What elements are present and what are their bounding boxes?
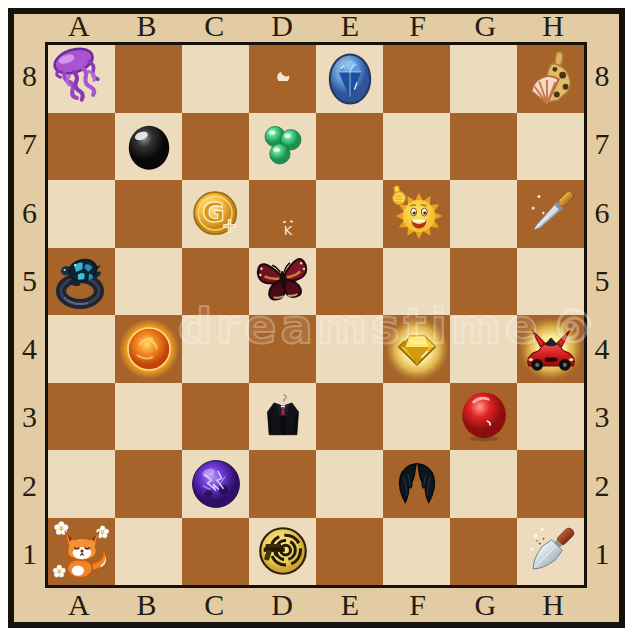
square-a1[interactable]	[48, 518, 115, 586]
board: G + K	[45, 42, 587, 588]
rank-label-right-4: 4	[587, 315, 617, 383]
file-label-bottom-h: H	[519, 587, 587, 620]
rank-label-right-5: 5	[587, 247, 617, 315]
square-a3[interactable]	[48, 383, 115, 451]
piece-wings[interactable]	[390, 455, 444, 513]
square-a5[interactable]	[48, 248, 115, 316]
rank-labels-right: 87654321	[587, 42, 617, 588]
square-g5[interactable]	[450, 248, 517, 316]
square-f1[interactable]	[383, 518, 450, 586]
rank-label-left-7: 7	[14, 110, 45, 178]
piece-trowel[interactable]	[521, 521, 581, 581]
piece-crescent[interactable]	[277, 65, 293, 81]
square-d6[interactable]: K	[249, 180, 316, 248]
square-g3[interactable]	[450, 383, 517, 451]
blue-diamond-icon	[322, 48, 378, 110]
rank-labels-left: 87654321	[14, 42, 45, 588]
square-e4[interactable]	[316, 315, 383, 383]
square-b4[interactable]	[115, 315, 182, 383]
file-label-bottom-d: D	[248, 587, 316, 620]
black-wings-icon	[390, 455, 444, 513]
black-pearl-icon	[122, 118, 176, 174]
piece-coin_g[interactable]: G +	[189, 187, 243, 241]
piece-sun[interactable]	[386, 183, 448, 245]
square-c2[interactable]	[182, 450, 249, 518]
square-f5[interactable]	[383, 248, 450, 316]
seashell-icon	[520, 47, 582, 111]
square-f7[interactable]	[383, 113, 450, 181]
purple-orb-icon	[186, 454, 246, 514]
target-gun-coin-icon	[255, 523, 311, 579]
square-h3[interactable]	[517, 383, 584, 451]
square-f3[interactable]	[383, 383, 450, 451]
file-label-top-e: E	[316, 11, 384, 41]
piece-turtle_ring[interactable]	[50, 249, 114, 313]
file-label-bottom-a: A	[45, 587, 113, 620]
file-label-top-g: G	[452, 11, 520, 41]
stock-photo-chessboard: ABCDEFGH ABCDEFGH 87654321 87654321	[0, 0, 633, 636]
file-label-bottom-f: F	[384, 587, 452, 620]
square-d5[interactable]	[249, 248, 316, 316]
file-label-top-d: D	[248, 11, 316, 41]
rank-label-right-8: 8	[587, 42, 617, 110]
piece-butterfly[interactable]	[251, 244, 315, 308]
square-e5[interactable]	[316, 248, 383, 316]
file-label-bottom-e: E	[316, 587, 384, 620]
gold-gem-orb-icon	[383, 315, 451, 383]
square-d2[interactable]	[249, 450, 316, 518]
piece-seashell[interactable]	[520, 47, 582, 111]
rank-label-left-6: 6	[14, 179, 45, 247]
crescent-icon	[277, 65, 293, 81]
square-h2[interactable]	[517, 450, 584, 518]
piece-red_sphere[interactable]	[456, 388, 512, 444]
square-a6[interactable]	[48, 180, 115, 248]
square-c7[interactable]	[182, 113, 249, 181]
piece-jellyfish[interactable]	[46, 43, 112, 109]
knife-icon	[520, 183, 582, 245]
square-b3[interactable]	[115, 383, 182, 451]
piece-car_orb[interactable]	[517, 315, 585, 383]
square-h1[interactable]	[517, 518, 584, 586]
rank-label-left-4: 4	[14, 315, 45, 383]
file-label-top-f: F	[384, 11, 452, 41]
file-labels-bottom: ABCDEFGH	[45, 587, 587, 620]
file-label-bottom-b: B	[113, 587, 181, 620]
square-g4[interactable]	[450, 315, 517, 383]
square-c3[interactable]	[182, 383, 249, 451]
square-e3[interactable]	[316, 383, 383, 451]
square-d3[interactable]	[249, 383, 316, 451]
smiley-sun-icon	[386, 183, 448, 245]
square-c5[interactable]	[182, 248, 249, 316]
square-e7[interactable]	[316, 113, 383, 181]
file-label-top-h: H	[519, 11, 587, 41]
square-h8[interactable]	[517, 45, 584, 113]
rank-label-right-2: 2	[587, 452, 617, 520]
board-frame: ABCDEFGH ABCDEFGH 87654321 87654321	[8, 8, 625, 628]
square-a8[interactable]	[48, 45, 115, 113]
svg-text:+: +	[221, 214, 237, 235]
square-f8[interactable]	[383, 45, 450, 113]
square-d8[interactable]	[249, 45, 316, 113]
piece-blue_diamond[interactable]	[322, 48, 378, 110]
square-b1[interactable]	[115, 518, 182, 586]
k-mark-icon: K	[276, 216, 300, 240]
fire-orb-icon	[117, 317, 181, 381]
square-f6[interactable]	[383, 180, 450, 248]
turtle-ring-icon	[50, 249, 114, 313]
piece-knife[interactable]	[520, 183, 582, 245]
file-label-top-c: C	[181, 11, 249, 41]
square-c4[interactable]	[182, 315, 249, 383]
square-a7[interactable]	[48, 113, 115, 181]
butterfly-icon	[251, 244, 315, 308]
square-g1[interactable]	[450, 518, 517, 586]
square-d1[interactable]	[249, 518, 316, 586]
file-label-top-a: A	[45, 11, 113, 41]
square-b8[interactable]	[115, 45, 182, 113]
square-c6[interactable]: G +	[182, 180, 249, 248]
square-g2[interactable]	[450, 450, 517, 518]
square-e1[interactable]	[316, 518, 383, 586]
square-h4[interactable]	[517, 315, 584, 383]
gold-coin-g-icon: G +	[189, 187, 243, 241]
piece-fox[interactable]	[49, 518, 115, 584]
piece-gem_orb[interactable]	[383, 315, 451, 383]
square-g8[interactable]	[450, 45, 517, 113]
rank-label-right-1: 1	[587, 520, 617, 588]
piece-k_mark[interactable]: K	[276, 216, 300, 240]
square-g7[interactable]	[450, 113, 517, 181]
piece-purple_orb[interactable]	[186, 454, 246, 514]
trowel-icon	[521, 521, 581, 581]
square-b5[interactable]	[115, 248, 182, 316]
jellyfish-icon	[46, 43, 112, 109]
square-a4[interactable]	[48, 315, 115, 383]
piece-green_spheres[interactable]	[258, 121, 308, 171]
fox-icon	[49, 518, 115, 584]
square-e8[interactable]	[316, 45, 383, 113]
square-f2[interactable]	[383, 450, 450, 518]
square-h6[interactable]	[517, 180, 584, 248]
rank-label-left-8: 8	[14, 42, 45, 110]
piece-black_pearl[interactable]	[122, 118, 176, 174]
square-f4[interactable]	[383, 315, 450, 383]
piece-fire_orb[interactable]	[117, 317, 181, 381]
square-a2[interactable]	[48, 450, 115, 518]
rank-label-right-6: 6	[587, 179, 617, 247]
piece-suit[interactable]	[257, 388, 309, 444]
red-ball-icon	[456, 388, 512, 444]
square-b2[interactable]	[115, 450, 182, 518]
rank-label-left-1: 1	[14, 520, 45, 588]
black-suit-icon	[257, 388, 309, 444]
square-c8[interactable]	[182, 45, 249, 113]
square-h5[interactable]	[517, 248, 584, 316]
file-labels-top: ABCDEFGH	[45, 11, 587, 41]
file-label-bottom-g: G	[452, 587, 520, 620]
svg-text:K: K	[283, 223, 292, 238]
square-e6[interactable]	[316, 180, 383, 248]
file-label-top-b: B	[113, 11, 181, 41]
rank-label-left-3: 3	[14, 383, 45, 451]
square-b7[interactable]	[115, 113, 182, 181]
square-c1[interactable]	[182, 518, 249, 586]
square-g6[interactable]	[450, 180, 517, 248]
green-spheres-icon	[258, 121, 308, 171]
square-b6[interactable]	[115, 180, 182, 248]
red-car-orb-icon	[517, 315, 585, 383]
rank-label-right-3: 3	[587, 383, 617, 451]
square-d4[interactable]	[249, 315, 316, 383]
piece-coin_target[interactable]	[255, 523, 311, 579]
square-e2[interactable]	[316, 450, 383, 518]
rank-label-left-2: 2	[14, 452, 45, 520]
square-d7[interactable]	[249, 113, 316, 181]
rank-label-left-5: 5	[14, 247, 45, 315]
file-label-bottom-c: C	[181, 587, 249, 620]
square-h7[interactable]	[517, 113, 584, 181]
rank-label-right-7: 7	[587, 110, 617, 178]
